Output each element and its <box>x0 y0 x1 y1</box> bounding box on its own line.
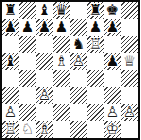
square-e8[interactable] <box>70 2 87 19</box>
black-pawn-piece: ♟ <box>106 19 119 36</box>
square-g2[interactable]: ♙ <box>104 104 121 121</box>
black-pawn-piece: ♟ <box>89 19 102 36</box>
black-pawn-piece: ♟ <box>4 19 17 36</box>
square-e5[interactable]: ♙ <box>70 53 87 70</box>
black-knight-piece: ♞ <box>72 36 85 53</box>
black-queen-piece: ♛ <box>55 2 68 19</box>
square-h7[interactable] <box>121 19 138 36</box>
square-f7[interactable]: ♟ <box>87 19 104 36</box>
white-queen-piece: ♕ <box>123 53 136 70</box>
square-d1[interactable] <box>53 121 70 138</box>
square-e7[interactable] <box>70 19 87 36</box>
square-h4[interactable] <box>121 70 138 87</box>
white-pawn-piece: ♙ <box>38 87 51 104</box>
square-c5[interactable] <box>36 53 53 70</box>
square-f4[interactable] <box>87 70 104 87</box>
square-h1[interactable] <box>121 121 138 138</box>
square-d7[interactable]: ♟ <box>53 19 70 36</box>
square-f2[interactable] <box>87 104 104 121</box>
square-b3[interactable] <box>19 87 36 104</box>
square-a8[interactable]: ♜ <box>2 2 19 19</box>
square-f8[interactable]: ♜ <box>87 2 104 19</box>
square-h5[interactable]: ♕ <box>121 53 138 70</box>
black-pawn-piece: ♟ <box>21 19 34 36</box>
square-e1[interactable] <box>70 121 87 138</box>
square-d8[interactable]: ♛ <box>53 2 70 19</box>
square-b6[interactable] <box>19 36 36 53</box>
square-c3[interactable]: ♙ <box>36 87 53 104</box>
square-f1[interactable] <box>87 121 104 138</box>
square-g7[interactable]: ♟ <box>104 19 121 36</box>
black-rook-piece: ♜ <box>89 2 102 19</box>
square-b5[interactable] <box>19 53 36 70</box>
square-b1[interactable]: ♘ <box>19 121 36 138</box>
square-d2[interactable] <box>53 104 70 121</box>
square-e4[interactable] <box>70 70 87 87</box>
square-h8[interactable] <box>121 2 138 19</box>
square-e3[interactable] <box>70 87 87 104</box>
square-h3[interactable] <box>121 87 138 104</box>
square-b4[interactable] <box>19 70 36 87</box>
square-c7[interactable]: ♟ <box>36 19 53 36</box>
square-g3[interactable] <box>104 87 121 104</box>
square-e6[interactable]: ♞ <box>70 36 87 53</box>
square-c2[interactable] <box>36 104 53 121</box>
white-bishop-piece: ♗ <box>38 121 51 138</box>
white-rook-piece: ♖ <box>4 121 17 138</box>
square-g1[interactable]: ♔ <box>104 121 121 138</box>
square-g8[interactable]: ♚ <box>104 2 121 19</box>
square-b2[interactable] <box>19 104 36 121</box>
square-f6[interactable]: ♖ <box>87 36 104 53</box>
white-pawn-piece: ♙ <box>123 104 136 121</box>
black-rook-piece: ♜ <box>4 2 17 19</box>
square-g5[interactable]: ♟ <box>104 53 121 70</box>
square-b8[interactable] <box>19 2 36 19</box>
square-a5[interactable]: ♝ <box>2 53 19 70</box>
square-a2[interactable]: ♙ <box>2 104 19 121</box>
black-pawn-piece: ♟ <box>38 19 51 36</box>
square-c1[interactable]: ♗ <box>36 121 53 138</box>
square-a6[interactable] <box>2 36 19 53</box>
square-f3[interactable] <box>87 87 104 104</box>
square-c4[interactable] <box>36 70 53 87</box>
white-rook-piece: ♖ <box>89 36 102 53</box>
square-b7[interactable]: ♟ <box>19 19 36 36</box>
white-pawn-piece: ♙ <box>72 53 85 70</box>
square-h2[interactable]: ♙ <box>121 104 138 121</box>
square-c6[interactable] <box>36 36 53 53</box>
square-d6[interactable] <box>53 36 70 53</box>
square-a4[interactable] <box>2 70 19 87</box>
chess-board: ♜♝♛♜♚♟♟♟♟♟♟♞♖♝♗♙♟♕♙♙♙♙♖♘♗♔ <box>0 0 140 140</box>
white-bishop-piece: ♗ <box>55 53 68 70</box>
square-h6[interactable] <box>121 36 138 53</box>
square-a1[interactable]: ♖ <box>2 121 19 138</box>
square-a7[interactable]: ♟ <box>2 19 19 36</box>
square-d5[interactable]: ♗ <box>53 53 70 70</box>
square-a3[interactable] <box>2 87 19 104</box>
black-pawn-piece: ♟ <box>106 53 119 70</box>
white-pawn-piece: ♙ <box>106 104 119 121</box>
black-pawn-piece: ♟ <box>55 19 68 36</box>
square-d4[interactable] <box>53 70 70 87</box>
white-king-piece: ♔ <box>106 121 119 138</box>
square-g6[interactable] <box>104 36 121 53</box>
black-bishop-piece: ♝ <box>38 2 51 19</box>
square-d3[interactable] <box>53 87 70 104</box>
square-g4[interactable] <box>104 70 121 87</box>
white-knight-piece: ♘ <box>21 121 34 138</box>
square-e2[interactable] <box>70 104 87 121</box>
square-f5[interactable] <box>87 53 104 70</box>
black-king-piece: ♚ <box>106 2 119 19</box>
square-c8[interactable]: ♝ <box>36 2 53 19</box>
black-bishop-piece: ♝ <box>4 53 17 70</box>
chess-diagram: ♜♝♛♜♚♟♟♟♟♟♟♞♖♝♗♙♟♕♙♙♙♙♖♘♗♔ <box>0 0 141 140</box>
white-pawn-piece: ♙ <box>4 104 17 121</box>
